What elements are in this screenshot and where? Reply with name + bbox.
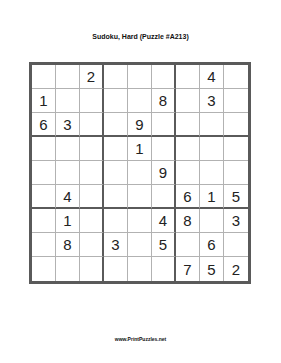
cell-r3c8 xyxy=(200,113,224,137)
cell-r5c8 xyxy=(200,161,224,185)
cell-r2c3 xyxy=(80,89,104,113)
cell-r1c8: 4 xyxy=(200,65,224,89)
cell-r6c6 xyxy=(152,185,176,209)
cell-r5c2 xyxy=(56,161,80,185)
cell-r1c3: 2 xyxy=(80,65,104,89)
cell-r1c1 xyxy=(32,65,56,89)
cell-r7c1 xyxy=(32,209,56,233)
cell-r6c7: 6 xyxy=(176,185,200,209)
cell-r9c9: 2 xyxy=(224,257,248,281)
cell-r2c6: 8 xyxy=(152,89,176,113)
cell-r2c2 xyxy=(56,89,80,113)
footer-url: www.PrintPuzzles.net xyxy=(0,336,281,342)
cell-r2c7 xyxy=(176,89,200,113)
cell-r9c8: 5 xyxy=(200,257,224,281)
cell-r7c8 xyxy=(200,209,224,233)
cell-r6c3 xyxy=(80,185,104,209)
cell-r3c2: 3 xyxy=(56,113,80,137)
cell-r2c5 xyxy=(128,89,152,113)
cell-r9c1 xyxy=(32,257,56,281)
cell-r9c2 xyxy=(56,257,80,281)
cell-r8c8: 6 xyxy=(200,233,224,257)
cell-r4c6 xyxy=(152,137,176,161)
cell-r6c5 xyxy=(128,185,152,209)
cell-r2c4 xyxy=(104,89,128,113)
cell-r4c9 xyxy=(224,137,248,161)
cell-r7c7: 8 xyxy=(176,209,200,233)
cell-r1c7 xyxy=(176,65,200,89)
cell-r3c6 xyxy=(152,113,176,137)
cell-r2c9 xyxy=(224,89,248,113)
cell-r2c8: 3 xyxy=(200,89,224,113)
cell-r5c7 xyxy=(176,161,200,185)
cell-r1c5 xyxy=(128,65,152,89)
cell-r4c2 xyxy=(56,137,80,161)
cell-r6c2: 4 xyxy=(56,185,80,209)
cell-r1c9 xyxy=(224,65,248,89)
cell-r5c1 xyxy=(32,161,56,185)
cell-r5c6: 9 xyxy=(152,161,176,185)
cell-r6c4 xyxy=(104,185,128,209)
sudoku-board: 2418363919461514838356752 xyxy=(29,62,251,284)
cell-r7c4 xyxy=(104,209,128,233)
cell-r4c8 xyxy=(200,137,224,161)
cell-r8c2: 8 xyxy=(56,233,80,257)
cell-r8c6: 5 xyxy=(152,233,176,257)
cell-r5c3 xyxy=(80,161,104,185)
cell-r2c1: 1 xyxy=(32,89,56,113)
cell-r7c5 xyxy=(128,209,152,233)
cell-r4c4 xyxy=(104,137,128,161)
cell-r5c9 xyxy=(224,161,248,185)
cell-r4c1 xyxy=(32,137,56,161)
cell-r7c6: 4 xyxy=(152,209,176,233)
cell-r8c7 xyxy=(176,233,200,257)
cell-r8c3 xyxy=(80,233,104,257)
cell-r7c3 xyxy=(80,209,104,233)
cell-r1c6 xyxy=(152,65,176,89)
cell-r8c5 xyxy=(128,233,152,257)
cell-r3c7 xyxy=(176,113,200,137)
cell-r3c9 xyxy=(224,113,248,137)
cell-r6c8: 1 xyxy=(200,185,224,209)
cell-r9c7: 7 xyxy=(176,257,200,281)
cell-r8c4: 3 xyxy=(104,233,128,257)
cell-r6c1 xyxy=(32,185,56,209)
cell-r9c6 xyxy=(152,257,176,281)
cell-r7c2: 1 xyxy=(56,209,80,233)
cell-r3c4 xyxy=(104,113,128,137)
cell-r4c7 xyxy=(176,137,200,161)
cell-r3c3 xyxy=(80,113,104,137)
cell-r8c1 xyxy=(32,233,56,257)
cell-r5c4 xyxy=(104,161,128,185)
cell-r8c9 xyxy=(224,233,248,257)
cell-r9c3 xyxy=(80,257,104,281)
cell-r1c4 xyxy=(104,65,128,89)
cell-r9c5 xyxy=(128,257,152,281)
cell-r1c2 xyxy=(56,65,80,89)
cell-r3c5: 9 xyxy=(128,113,152,137)
cell-r4c5: 1 xyxy=(128,137,152,161)
cell-r3c1: 6 xyxy=(32,113,56,137)
cell-r4c3 xyxy=(80,137,104,161)
cell-r6c9: 5 xyxy=(224,185,248,209)
cell-r9c4 xyxy=(104,257,128,281)
cell-r7c9: 3 xyxy=(224,209,248,233)
cell-r5c5 xyxy=(128,161,152,185)
puzzle-title: Sudoku, Hard (Puzzle #A213) xyxy=(0,33,281,40)
